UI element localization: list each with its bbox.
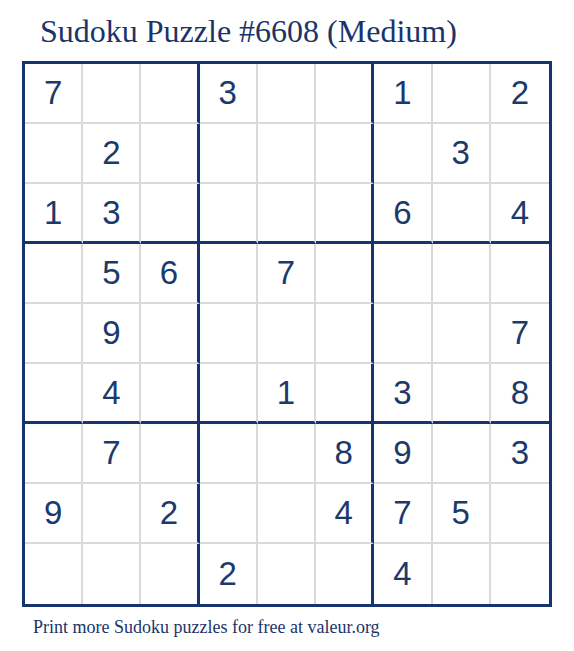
given-digit: 2 <box>219 555 237 593</box>
given-digit: 7 <box>44 74 62 112</box>
cell-r9c1[interactable] <box>25 544 83 604</box>
cell-r5c8[interactable] <box>433 304 491 364</box>
cell-r1c8[interactable] <box>433 64 491 124</box>
cell-r5c2[interactable]: 9 <box>83 304 141 364</box>
cell-r5c1[interactable] <box>25 304 83 364</box>
cell-r1c4[interactable]: 3 <box>200 64 258 124</box>
cell-r4c8[interactable] <box>433 244 491 304</box>
given-digit: 3 <box>451 134 469 172</box>
cell-r2c9[interactable] <box>491 124 549 184</box>
cell-r4c4[interactable] <box>200 244 258 304</box>
cell-r4c6[interactable] <box>316 244 374 304</box>
cell-r6c3[interactable] <box>141 364 199 424</box>
given-digit: 6 <box>160 254 178 292</box>
given-digit: 2 <box>160 494 178 532</box>
cell-r5c4[interactable] <box>200 304 258 364</box>
cell-r1c6[interactable] <box>316 64 374 124</box>
cell-r4c3[interactable]: 6 <box>141 244 199 304</box>
cell-r9c3[interactable] <box>141 544 199 604</box>
cell-r3c4[interactable] <box>200 184 258 244</box>
cell-r2c8[interactable]: 3 <box>433 124 491 184</box>
given-digit: 7 <box>393 494 411 532</box>
cell-r8c2[interactable] <box>83 484 141 544</box>
sudoku-grid: 731223136456797413878939247524 <box>22 61 552 607</box>
cell-r7c9[interactable]: 3 <box>491 424 549 484</box>
cell-r1c7[interactable]: 1 <box>374 64 432 124</box>
cell-r3c2[interactable]: 3 <box>83 184 141 244</box>
cell-r5c6[interactable] <box>316 304 374 364</box>
cell-r7c7[interactable]: 9 <box>374 424 432 484</box>
cell-r6c4[interactable] <box>200 364 258 424</box>
cell-r7c1[interactable] <box>25 424 83 484</box>
cell-r6c6[interactable] <box>316 364 374 424</box>
given-digit: 5 <box>102 254 120 292</box>
cell-r1c9[interactable]: 2 <box>491 64 549 124</box>
cell-r9c7[interactable]: 4 <box>374 544 432 604</box>
cell-r1c2[interactable] <box>83 64 141 124</box>
cell-r6c5[interactable]: 1 <box>258 364 316 424</box>
cell-r6c8[interactable] <box>433 364 491 424</box>
given-digit: 9 <box>393 434 411 472</box>
cell-r4c9[interactable] <box>491 244 549 304</box>
cell-r3c9[interactable]: 4 <box>491 184 549 244</box>
cell-r9c9[interactable] <box>491 544 549 604</box>
given-digit: 9 <box>44 494 62 532</box>
cell-r8c9[interactable] <box>491 484 549 544</box>
given-digit: 5 <box>451 494 469 532</box>
cell-r9c4[interactable]: 2 <box>200 544 258 604</box>
cell-r4c1[interactable] <box>25 244 83 304</box>
given-digit: 4 <box>511 194 529 232</box>
cell-r4c2[interactable]: 5 <box>83 244 141 304</box>
given-digit: 6 <box>393 194 411 232</box>
given-digit: 8 <box>335 434 353 472</box>
cell-r8c6[interactable]: 4 <box>316 484 374 544</box>
given-digit: 7 <box>511 314 529 352</box>
cell-r3c7[interactable]: 6 <box>374 184 432 244</box>
given-digit: 3 <box>102 194 120 232</box>
cell-r7c8[interactable] <box>433 424 491 484</box>
cell-r6c1[interactable] <box>25 364 83 424</box>
cell-r1c5[interactable] <box>258 64 316 124</box>
given-digit: 7 <box>277 254 295 292</box>
given-digit: 3 <box>393 374 411 412</box>
cell-r9c8[interactable] <box>433 544 491 604</box>
given-digit: 1 <box>44 194 62 232</box>
cell-r8c3[interactable]: 2 <box>141 484 199 544</box>
cell-r6c2[interactable]: 4 <box>83 364 141 424</box>
cell-r3c6[interactable] <box>316 184 374 244</box>
cell-r7c4[interactable] <box>200 424 258 484</box>
cell-r8c1[interactable]: 9 <box>25 484 83 544</box>
cell-r1c3[interactable] <box>141 64 199 124</box>
cell-r7c5[interactable] <box>258 424 316 484</box>
cell-r7c2[interactable]: 7 <box>83 424 141 484</box>
cell-r2c3[interactable] <box>141 124 199 184</box>
given-digit: 3 <box>219 74 237 112</box>
cell-r3c8[interactable] <box>433 184 491 244</box>
cell-r9c5[interactable] <box>258 544 316 604</box>
cell-r8c8[interactable]: 5 <box>433 484 491 544</box>
cell-r2c1[interactable] <box>25 124 83 184</box>
cell-r2c5[interactable] <box>258 124 316 184</box>
cell-r2c4[interactable] <box>200 124 258 184</box>
given-digit: 9 <box>102 314 120 352</box>
given-digit: 3 <box>511 434 529 472</box>
given-digit: 1 <box>277 374 295 412</box>
cell-r5c5[interactable] <box>258 304 316 364</box>
cell-r4c7[interactable] <box>374 244 432 304</box>
given-digit: 4 <box>393 555 411 593</box>
cell-r8c4[interactable] <box>200 484 258 544</box>
cell-r9c2[interactable] <box>83 544 141 604</box>
cell-r1c1[interactable]: 7 <box>25 64 83 124</box>
cell-r6c9[interactable]: 8 <box>491 364 549 424</box>
given-digit: 4 <box>335 494 353 532</box>
cell-r6c7[interactable]: 3 <box>374 364 432 424</box>
given-digit: 2 <box>102 134 120 172</box>
cell-r8c5[interactable] <box>258 484 316 544</box>
cell-r7c6[interactable]: 8 <box>316 424 374 484</box>
cell-r2c6[interactable] <box>316 124 374 184</box>
cell-r5c7[interactable] <box>374 304 432 364</box>
cell-r8c7[interactable]: 7 <box>374 484 432 544</box>
given-digit: 2 <box>511 74 529 112</box>
cell-r3c1[interactable]: 1 <box>25 184 83 244</box>
cell-r3c3[interactable] <box>141 184 199 244</box>
cell-r3c5[interactable] <box>258 184 316 244</box>
given-digit: 1 <box>393 74 411 112</box>
cell-r2c2[interactable]: 2 <box>83 124 141 184</box>
sudoku-page: Sudoku Puzzle #6608 (Medium) 73122313645… <box>0 0 574 651</box>
cell-r7c3[interactable] <box>141 424 199 484</box>
cell-r5c3[interactable] <box>141 304 199 364</box>
given-digit: 8 <box>511 374 529 412</box>
given-digit: 4 <box>102 374 120 412</box>
cell-r5c9[interactable]: 7 <box>491 304 549 364</box>
cell-r2c7[interactable] <box>374 124 432 184</box>
given-digit: 7 <box>102 434 120 472</box>
cell-r4c5[interactable]: 7 <box>258 244 316 304</box>
page-title: Sudoku Puzzle #6608 (Medium) <box>40 14 457 49</box>
footer-text: Print more Sudoku puzzles for free at va… <box>33 617 380 638</box>
cell-r9c6[interactable] <box>316 544 374 604</box>
